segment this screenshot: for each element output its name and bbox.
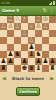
board-square[interactable]: ♟ bbox=[42, 58, 49, 65]
board-square[interactable] bbox=[42, 65, 49, 72]
board-square[interactable]: ♙ bbox=[14, 23, 21, 30]
board-square[interactable]: ♟ bbox=[7, 58, 14, 65]
board-square[interactable] bbox=[49, 37, 56, 44]
board-square[interactable] bbox=[21, 44, 28, 51]
board-square[interactable] bbox=[7, 65, 14, 72]
chess-board[interactable]: ♖♘♗♖♔♙♙♙♕♙♙♙♘♙♟♟♞♝♞♟♟♟♟♟♟♜♚♛♝♜ bbox=[0, 16, 56, 72]
board-square[interactable] bbox=[14, 30, 21, 37]
board-square[interactable] bbox=[49, 30, 56, 37]
piece-bR[interactable]: ♜ bbox=[0, 65, 7, 72]
piece-bB[interactable]: ♝ bbox=[28, 51, 35, 58]
board-square[interactable] bbox=[42, 37, 49, 44]
piece-bK[interactable]: ♚ bbox=[21, 65, 28, 72]
piece-wP[interactable]: ♙ bbox=[14, 23, 21, 30]
board-square[interactable] bbox=[21, 37, 28, 44]
piece-bP[interactable]: ♟ bbox=[7, 58, 14, 65]
board-square[interactable]: ♞ bbox=[14, 51, 21, 58]
board-square[interactable] bbox=[0, 30, 7, 37]
board-square[interactable]: ♙ bbox=[7, 23, 14, 30]
board-square[interactable] bbox=[49, 23, 56, 30]
board-square[interactable]: ♙ bbox=[0, 23, 7, 30]
board-square[interactable]: ♜ bbox=[49, 65, 56, 72]
piece-bB[interactable]: ♝ bbox=[35, 65, 42, 72]
board-square[interactable] bbox=[0, 37, 7, 44]
board-square[interactable]: ♕ bbox=[28, 23, 35, 30]
battery-icon bbox=[53, 1, 55, 5]
board-square[interactable] bbox=[7, 30, 14, 37]
continue-button[interactable]: Continue bbox=[16, 87, 40, 96]
piece-wN[interactable]: ♘ bbox=[35, 30, 42, 37]
piece-bR[interactable]: ♜ bbox=[49, 65, 56, 72]
board-square[interactable]: ♛ bbox=[28, 65, 35, 72]
next-move-button[interactable]: ▶ bbox=[50, 72, 54, 85]
board-square[interactable] bbox=[49, 44, 56, 51]
app-screen: 12:00 Game 5 ↻ ⋮ ♖♘♗♖♔♙♙♙♕♙♙♙♘♙♟♟♞♝♞♟♟♟♟… bbox=[0, 0, 56, 100]
board-square[interactable]: ♜ bbox=[0, 65, 7, 72]
piece-bP[interactable]: ♟ bbox=[42, 58, 49, 65]
piece-wP[interactable]: ♙ bbox=[21, 30, 28, 37]
piece-bQ[interactable]: ♛ bbox=[28, 65, 35, 72]
board-square[interactable]: ♙ bbox=[21, 30, 28, 37]
board-square[interactable] bbox=[0, 44, 7, 51]
piece-wQ[interactable]: ♕ bbox=[28, 23, 35, 30]
piece-wP[interactable]: ♙ bbox=[0, 23, 7, 30]
piece-wP[interactable]: ♙ bbox=[42, 23, 49, 30]
board-square[interactable] bbox=[35, 37, 42, 44]
board-square[interactable] bbox=[14, 58, 21, 65]
board-square[interactable]: ♘ bbox=[35, 30, 42, 37]
piece-wB[interactable]: ♗ bbox=[21, 16, 28, 23]
overflow-menu-icon[interactable]: ⋮ bbox=[49, 6, 54, 15]
board-square[interactable] bbox=[42, 44, 49, 51]
board-square[interactable]: ♙ bbox=[42, 23, 49, 30]
prev-move-button[interactable]: ◀ bbox=[2, 72, 6, 85]
board-square[interactable]: ♚ bbox=[21, 65, 28, 72]
board-square[interactable] bbox=[42, 30, 49, 37]
board-square[interactable]: ♗ bbox=[21, 16, 28, 23]
page-title: Game 5 bbox=[2, 8, 41, 13]
signal-icon bbox=[49, 2, 52, 5]
move-nav-row: ◀ Black to move ▶ bbox=[0, 72, 56, 85]
board-square[interactable] bbox=[7, 37, 14, 44]
board-square[interactable] bbox=[14, 37, 21, 44]
undo-icon[interactable]: ↻ bbox=[43, 6, 47, 15]
status-icons bbox=[49, 1, 55, 5]
piece-bN[interactable]: ♞ bbox=[14, 51, 21, 58]
piece-wP[interactable]: ♙ bbox=[7, 23, 14, 30]
board-square[interactable] bbox=[14, 65, 21, 72]
board-square[interactable]: ♝ bbox=[28, 51, 35, 58]
board-square[interactable]: ♝ bbox=[35, 65, 42, 72]
turn-status-label: Black to move bbox=[12, 76, 44, 81]
board-square[interactable] bbox=[49, 16, 56, 23]
